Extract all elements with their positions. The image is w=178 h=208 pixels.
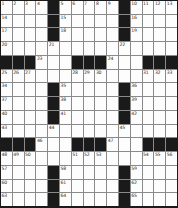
- grid-cell-r15c6[interactable]: 64: [60, 193, 71, 206]
- clue-number-38: 38: [61, 97, 66, 102]
- grid-cell-r2c7[interactable]: [72, 15, 83, 28]
- grid-cell-r4c6[interactable]: [60, 42, 71, 55]
- block-cell-r7c5: [48, 83, 59, 96]
- grid-cell-r11c10[interactable]: 47: [107, 138, 118, 151]
- block-cell-r15c5: [48, 193, 59, 206]
- grid-cell-r1c7[interactable]: 6: [72, 1, 83, 14]
- grid-cell-r14c2[interactable]: [13, 180, 24, 193]
- clue-number-37: 37: [2, 97, 7, 102]
- grid-cell-r1c4[interactable]: 4: [36, 1, 47, 14]
- grid-cell-r14c12[interactable]: 62: [131, 180, 142, 193]
- grid-cell-r13c15[interactable]: [166, 166, 177, 179]
- crossword-grid: 1234567891011121314151617181920212223242…: [0, 0, 178, 208]
- grid-cell-r6c4[interactable]: [36, 70, 47, 83]
- grid-cell-r9c8[interactable]: [84, 111, 95, 124]
- grid-cell-r6c7[interactable]: 28: [72, 70, 83, 83]
- grid-cell-r10c13[interactable]: [143, 125, 154, 138]
- grid-cell-r2c15[interactable]: [166, 15, 177, 28]
- grid-cell-r12c6[interactable]: [60, 152, 71, 165]
- block-cell-r5c3: [25, 56, 36, 69]
- clue-number-7: 7: [84, 1, 87, 6]
- clue-number-54: 54: [143, 152, 148, 157]
- clue-number-26: 26: [13, 70, 18, 75]
- grid-cell-r5c12[interactable]: [131, 56, 142, 69]
- grid-cell-r15c1[interactable]: 63: [1, 193, 12, 206]
- grid-cell-r14c15[interactable]: [166, 180, 177, 193]
- grid-cell-r5c6[interactable]: [60, 56, 71, 69]
- grid-cell-r7c10[interactable]: [107, 83, 118, 96]
- grid-cell-r1c3[interactable]: 3: [25, 1, 36, 14]
- grid-cell-r11c4[interactable]: 46: [36, 138, 47, 151]
- grid-cell-r15c8[interactable]: [84, 193, 95, 206]
- grid-cell-r14c9[interactable]: [95, 180, 106, 193]
- grid-cell-r4c8[interactable]: [84, 42, 95, 55]
- grid-cell-r13c7[interactable]: [72, 166, 83, 179]
- grid-cell-r8c12[interactable]: 39: [131, 97, 142, 110]
- grid-cell-r8c14[interactable]: [154, 97, 165, 110]
- grid-cell-r8c4[interactable]: [36, 97, 47, 110]
- grid-cell-r7c9[interactable]: [95, 83, 106, 96]
- grid-cell-r14c13[interactable]: [143, 180, 154, 193]
- grid-cell-r4c15[interactable]: [166, 42, 177, 55]
- block-cell-r7c11: [119, 83, 130, 96]
- grid-cell-r9c9[interactable]: [95, 111, 106, 124]
- grid-cell-r15c10[interactable]: [107, 193, 118, 206]
- grid-cell-r10c7[interactable]: [72, 125, 83, 138]
- clue-number-58: 58: [61, 166, 66, 171]
- clue-number-11: 11: [143, 1, 148, 6]
- block-cell-r1c5: [48, 1, 59, 14]
- block-cell-r11c13: [143, 138, 154, 151]
- block-cell-r11c3: [25, 138, 36, 151]
- block-cell-r3c11: [119, 28, 130, 41]
- grid-cell-r3c3[interactable]: [25, 28, 36, 41]
- grid-cell-r10c5[interactable]: 44: [48, 125, 59, 138]
- block-cell-r15c11: [119, 193, 130, 206]
- grid-cell-r15c7[interactable]: [72, 193, 83, 206]
- grid-cell-r9c2[interactable]: [13, 111, 24, 124]
- grid-cell-r10c9[interactable]: [95, 125, 106, 138]
- block-cell-r1c11: [119, 1, 130, 14]
- grid-cell-r10c12[interactable]: [131, 125, 142, 138]
- grid-cell-r1c14[interactable]: 12: [154, 1, 165, 14]
- grid-cell-r10c14[interactable]: [154, 125, 165, 138]
- grid-cell-r1c13[interactable]: 11: [143, 1, 154, 14]
- clue-number-55: 55: [155, 152, 160, 157]
- grid-cell-r2c2[interactable]: [13, 15, 24, 28]
- grid-cell-r10c15[interactable]: [166, 125, 177, 138]
- grid-cell-r10c6[interactable]: [60, 125, 71, 138]
- block-cell-r5c9: [95, 56, 106, 69]
- grid-cell-r15c4[interactable]: [36, 193, 47, 206]
- clue-number-9: 9: [108, 1, 111, 6]
- grid-cell-r10c4[interactable]: [36, 125, 47, 138]
- grid-cell-r1c12[interactable]: 10: [131, 1, 142, 14]
- clue-number-27: 27: [25, 70, 30, 75]
- clue-number-45: 45: [120, 125, 125, 130]
- grid-cell-r8c6[interactable]: 38: [60, 97, 71, 110]
- clue-number-52: 52: [84, 152, 89, 157]
- grid-cell-r10c11[interactable]: 45: [119, 125, 130, 138]
- grid-cell-r15c15[interactable]: [166, 193, 177, 206]
- block-cell-r2c11: [119, 15, 130, 28]
- grid-cell-r9c13[interactable]: [143, 111, 154, 124]
- grid-cell-r10c2[interactable]: [13, 125, 24, 138]
- block-cell-r11c14: [154, 138, 165, 151]
- grid-cell-r8c13[interactable]: [143, 97, 154, 110]
- block-cell-r3c5: [48, 28, 59, 41]
- grid-cell-r11c12[interactable]: [131, 138, 142, 151]
- block-cell-r11c2: [13, 138, 24, 151]
- grid-cell-r15c12[interactable]: 65: [131, 193, 142, 206]
- grid-cell-r4c5[interactable]: 21: [48, 42, 59, 55]
- grid-cell-r3c4[interactable]: [36, 28, 47, 41]
- clue-number-36: 36: [131, 83, 136, 88]
- clue-number-39: 39: [131, 97, 136, 102]
- grid-cell-r6c9[interactable]: 30: [95, 70, 106, 83]
- grid-cell-r2c3[interactable]: [25, 15, 36, 28]
- grid-cell-r7c7[interactable]: [72, 83, 83, 96]
- clue-number-30: 30: [96, 70, 101, 75]
- clue-number-10: 10: [131, 1, 136, 6]
- clue-number-51: 51: [72, 152, 77, 157]
- grid-cell-r3c1[interactable]: 17: [1, 28, 12, 41]
- clue-number-12: 12: [155, 1, 160, 6]
- clue-number-8: 8: [96, 1, 99, 6]
- grid-cell-r4c2[interactable]: [13, 42, 24, 55]
- grid-cell-r12c5[interactable]: [48, 152, 59, 165]
- clue-number-22: 22: [120, 42, 125, 47]
- grid-cell-r3c14[interactable]: [154, 28, 165, 41]
- block-cell-r5c7: [72, 56, 83, 69]
- grid-cell-r4c3[interactable]: [25, 42, 36, 55]
- grid-cell-r14c1[interactable]: 60: [1, 180, 12, 193]
- clue-number-34: 34: [2, 83, 7, 88]
- grid-cell-r3c7[interactable]: [72, 28, 83, 41]
- clue-number-46: 46: [37, 138, 42, 143]
- grid-cell-r2c10[interactable]: [107, 15, 118, 28]
- block-cell-r11c1: [1, 138, 12, 151]
- grid-cell-r12c10[interactable]: [107, 152, 118, 165]
- grid-cell-r1c1[interactable]: 1: [1, 1, 12, 14]
- grid-cell-r6c14[interactable]: 32: [154, 70, 165, 83]
- grid-cell-r11c11[interactable]: [119, 138, 130, 151]
- grid-cell-r9c7[interactable]: [72, 111, 83, 124]
- grid-cell-r15c3[interactable]: [25, 193, 36, 206]
- grid-cell-r15c9[interactable]: [95, 193, 106, 206]
- clue-number-61: 61: [61, 180, 66, 185]
- grid-cell-r6c11[interactable]: [119, 70, 130, 83]
- grid-cell-r13c12[interactable]: 59: [131, 166, 142, 179]
- clue-number-25: 25: [2, 70, 7, 75]
- clue-number-62: 62: [131, 180, 136, 185]
- grid-cell-r4c11[interactable]: 22: [119, 42, 130, 55]
- grid-cell-r12c13[interactable]: 54: [143, 152, 154, 165]
- grid-cell-r10c10[interactable]: [107, 125, 118, 138]
- block-cell-r11c7: [72, 138, 83, 151]
- grid-cell-r1c15[interactable]: 13: [166, 1, 177, 14]
- grid-cell-r13c14[interactable]: [154, 166, 165, 179]
- grid-cell-r10c1[interactable]: 43: [1, 125, 12, 138]
- grid-cell-r4c14[interactable]: [154, 42, 165, 55]
- grid-cell-r14c14[interactable]: [154, 180, 165, 193]
- grid-cell-r11c5[interactable]: [48, 138, 59, 151]
- grid-cell-r2c1[interactable]: 14: [1, 15, 12, 28]
- grid-cell-r1c9[interactable]: 8: [95, 1, 106, 14]
- clue-number-32: 32: [155, 70, 160, 75]
- clue-number-47: 47: [108, 138, 113, 143]
- grid-cell-r6c8[interactable]: 29: [84, 70, 95, 83]
- grid-cell-r8c2[interactable]: [13, 97, 24, 110]
- grid-cell-r13c4[interactable]: [36, 166, 47, 179]
- grid-cell-r2c9[interactable]: [95, 15, 106, 28]
- clue-number-63: 63: [2, 193, 7, 198]
- clue-number-17: 17: [2, 28, 7, 33]
- clue-number-59: 59: [131, 166, 136, 171]
- grid-cell-r12c12[interactable]: [131, 152, 142, 165]
- clue-number-50: 50: [25, 152, 30, 157]
- grid-cell-r8c7[interactable]: [72, 97, 83, 110]
- grid-cell-r6c1[interactable]: 25: [1, 70, 12, 83]
- grid-cell-r8c3[interactable]: [25, 97, 36, 110]
- grid-cell-r15c13[interactable]: [143, 193, 154, 206]
- clue-number-2: 2: [13, 1, 16, 6]
- clue-number-41: 41: [61, 111, 66, 116]
- clue-number-60: 60: [2, 180, 7, 185]
- grid-cell-r8c1[interactable]: 37: [1, 97, 12, 110]
- clue-number-15: 15: [61, 15, 66, 20]
- block-cell-r2c5: [48, 15, 59, 28]
- grid-cell-r5c5[interactable]: [48, 56, 59, 69]
- block-cell-r13c11: [119, 166, 130, 179]
- grid-cell-r10c3[interactable]: [25, 125, 36, 138]
- grid-cell-r4c10[interactable]: [107, 42, 118, 55]
- grid-cell-r9c3[interactable]: [25, 111, 36, 124]
- clue-number-35: 35: [61, 83, 66, 88]
- grid-cell-r6c6[interactable]: [60, 70, 71, 83]
- grid-cell-r12c2[interactable]: 49: [13, 152, 24, 165]
- grid-cell-r14c10[interactable]: [107, 180, 118, 193]
- grid-cell-r2c4[interactable]: [36, 15, 47, 28]
- grid-cell-r14c8[interactable]: [84, 180, 95, 193]
- clue-number-16: 16: [131, 15, 136, 20]
- block-cell-r5c15: [166, 56, 177, 69]
- grid-cell-r4c4[interactable]: [36, 42, 47, 55]
- grid-cell-r3c8[interactable]: [84, 28, 95, 41]
- clue-number-1: 1: [2, 1, 5, 6]
- grid-cell-r15c2[interactable]: [13, 193, 24, 206]
- grid-cell-r9c14[interactable]: [154, 111, 165, 124]
- grid-cell-r12c4[interactable]: [36, 152, 47, 165]
- grid-cell-r7c14[interactable]: [154, 83, 165, 96]
- clue-number-65: 65: [131, 193, 136, 198]
- clue-number-21: 21: [49, 42, 54, 47]
- grid-cell-r13c8[interactable]: [84, 166, 95, 179]
- grid-cell-r13c3[interactable]: [25, 166, 36, 179]
- block-cell-r14c11: [119, 180, 130, 193]
- grid-cell-r7c12[interactable]: 36: [131, 83, 142, 96]
- grid-cell-r6c2[interactable]: 26: [13, 70, 24, 83]
- grid-cell-r9c6[interactable]: 41: [60, 111, 71, 124]
- grid-cell-r12c8[interactable]: 52: [84, 152, 95, 165]
- grid-cell-r4c1[interactable]: 20: [1, 42, 12, 55]
- clue-number-42: 42: [131, 111, 136, 116]
- block-cell-r8c11: [119, 97, 130, 110]
- grid-cell-r14c6[interactable]: 61: [60, 180, 71, 193]
- grid-cell-r7c4[interactable]: [36, 83, 47, 96]
- grid-cell-r1c6[interactable]: 5: [60, 1, 71, 14]
- clue-number-57: 57: [2, 166, 7, 171]
- grid-cell-r7c13[interactable]: [143, 83, 154, 96]
- clue-number-48: 48: [2, 152, 7, 157]
- grid-cell-r7c1[interactable]: 34: [1, 83, 12, 96]
- grid-cell-r12c11[interactable]: [119, 152, 130, 165]
- clue-number-29: 29: [84, 70, 89, 75]
- clue-number-28: 28: [72, 70, 77, 75]
- grid-cell-r2c6[interactable]: 15: [60, 15, 71, 28]
- grid-cell-r3c6[interactable]: 18: [60, 28, 71, 41]
- block-cell-r9c11: [119, 111, 130, 124]
- grid-cell-r15c14[interactable]: [154, 193, 165, 206]
- grid-cell-r10c8[interactable]: [84, 125, 95, 138]
- grid-cell-r7c2[interactable]: [13, 83, 24, 96]
- grid-cell-r8c10[interactable]: [107, 97, 118, 110]
- grid-cell-r1c10[interactable]: 9: [107, 1, 118, 14]
- clue-number-40: 40: [2, 111, 7, 116]
- grid-cell-r8c15[interactable]: [166, 97, 177, 110]
- grid-cell-r5c10[interactable]: 24: [107, 56, 118, 69]
- clue-number-56: 56: [167, 152, 172, 157]
- grid-cell-r5c4[interactable]: 23: [36, 56, 47, 69]
- grid-cell-r3c9[interactable]: [95, 28, 106, 41]
- block-cell-r5c14: [154, 56, 165, 69]
- grid-cell-r14c7[interactable]: [72, 180, 83, 193]
- grid-cell-r12c9[interactable]: 53: [95, 152, 106, 165]
- grid-cell-r7c15[interactable]: [166, 83, 177, 96]
- clue-number-43: 43: [2, 125, 7, 130]
- grid-cell-r1c8[interactable]: 7: [84, 1, 95, 14]
- clue-number-31: 31: [143, 70, 148, 75]
- clue-number-20: 20: [2, 42, 7, 47]
- grid-cell-r6c5[interactable]: [48, 70, 59, 83]
- grid-cell-r13c1[interactable]: 57: [1, 166, 12, 179]
- clue-number-18: 18: [61, 28, 66, 33]
- grid-cell-r14c4[interactable]: [36, 180, 47, 193]
- grid-cell-r7c6[interactable]: 35: [60, 83, 71, 96]
- grid-cell-r12c7[interactable]: 51: [72, 152, 83, 165]
- grid-cell-r2c14[interactable]: [154, 15, 165, 28]
- grid-cell-r4c12[interactable]: [131, 42, 142, 55]
- block-cell-r11c8: [84, 138, 95, 151]
- block-cell-r5c2: [13, 56, 24, 69]
- block-cell-r5c13: [143, 56, 154, 69]
- grid-cell-r8c8[interactable]: [84, 97, 95, 110]
- clue-number-49: 49: [13, 152, 18, 157]
- grid-cell-r12c15[interactable]: 56: [166, 152, 177, 165]
- grid-cell-r2c13[interactable]: [143, 15, 154, 28]
- grid-cell-r3c10[interactable]: [107, 28, 118, 41]
- grid-cell-r6c10[interactable]: [107, 70, 118, 83]
- clue-number-19: 19: [131, 28, 136, 33]
- block-cell-r11c15: [166, 138, 177, 151]
- grid-cell-r4c13[interactable]: [143, 42, 154, 55]
- grid-cell-r9c15[interactable]: [166, 111, 177, 124]
- grid-cell-r12c3[interactable]: 50: [25, 152, 36, 165]
- grid-cell-r6c15[interactable]: 33: [166, 70, 177, 83]
- clue-number-13: 13: [167, 1, 172, 6]
- clue-number-5: 5: [61, 1, 64, 6]
- grid-cell-r2c8[interactable]: [84, 15, 95, 28]
- grid-cell-r6c13[interactable]: 31: [143, 70, 154, 83]
- block-cell-r5c1: [1, 56, 12, 69]
- clue-number-33: 33: [167, 70, 172, 75]
- grid-cell-r3c12[interactable]: 19: [131, 28, 142, 41]
- grid-cell-r1c2[interactable]: 2: [13, 1, 24, 14]
- grid-cell-r13c9[interactable]: [95, 166, 106, 179]
- grid-cell-r12c1[interactable]: 48: [1, 152, 12, 165]
- block-cell-r11c9: [95, 138, 106, 151]
- clue-number-64: 64: [61, 193, 66, 198]
- grid-cell-r12c14[interactable]: 55: [154, 152, 165, 165]
- clue-number-44: 44: [49, 125, 54, 130]
- clue-number-14: 14: [2, 15, 7, 20]
- grid-cell-r4c9[interactable]: [95, 42, 106, 55]
- grid-cell-r2c12[interactable]: 16: [131, 15, 142, 28]
- clue-number-4: 4: [37, 1, 40, 6]
- block-cell-r13c5: [48, 166, 59, 179]
- grid-cell-r13c13[interactable]: [143, 166, 154, 179]
- grid-cell-r7c8[interactable]: [84, 83, 95, 96]
- block-cell-r9c5: [48, 111, 59, 124]
- block-cell-r5c8: [84, 56, 95, 69]
- grid-cell-r11c6[interactable]: [60, 138, 71, 151]
- grid-cell-r13c10[interactable]: [107, 166, 118, 179]
- grid-cell-r9c1[interactable]: 40: [1, 111, 12, 124]
- block-cell-r14c5: [48, 180, 59, 193]
- grid-cell-r3c2[interactable]: [13, 28, 24, 41]
- grid-cell-r6c12[interactable]: [131, 70, 142, 83]
- grid-cell-r6c3[interactable]: 27: [25, 70, 36, 83]
- clue-number-53: 53: [96, 152, 101, 157]
- clue-number-23: 23: [37, 56, 42, 61]
- grid-cell-r3c15[interactable]: [166, 28, 177, 41]
- grid-cell-r8c9[interactable]: [95, 97, 106, 110]
- grid-cell-r13c6[interactable]: 58: [60, 166, 71, 179]
- block-cell-r8c5: [48, 97, 59, 110]
- clue-number-24: 24: [108, 56, 113, 61]
- grid-cell-r9c4[interactable]: [36, 111, 47, 124]
- grid-cell-r7c3[interactable]: [25, 83, 36, 96]
- clue-number-6: 6: [72, 1, 75, 6]
- grid-cell-r9c10[interactable]: [107, 111, 118, 124]
- grid-cell-r9c12[interactable]: 42: [131, 111, 142, 124]
- grid-cell-r14c3[interactable]: [25, 180, 36, 193]
- grid-cell-r5c11[interactable]: [119, 56, 130, 69]
- clue-number-3: 3: [25, 1, 28, 6]
- grid-cell-r13c2[interactable]: [13, 166, 24, 179]
- grid-cell-r3c13[interactable]: [143, 28, 154, 41]
- grid-cell-r4c7[interactable]: [72, 42, 83, 55]
